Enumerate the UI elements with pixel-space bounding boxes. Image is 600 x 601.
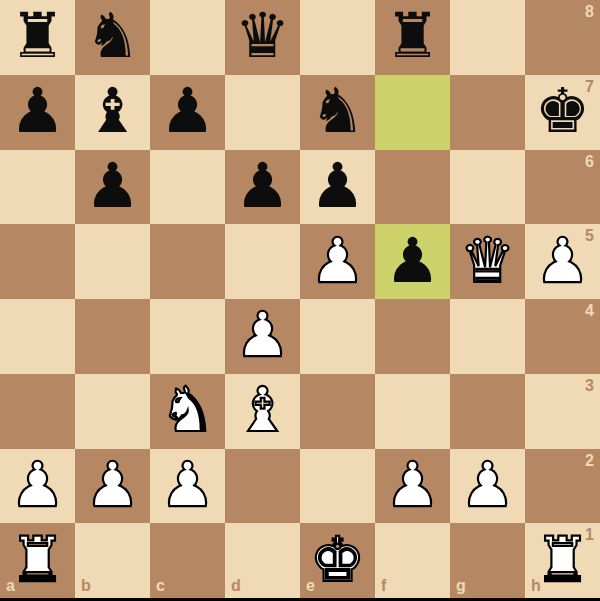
rank-label-5: 5: [585, 228, 594, 244]
square-a6[interactable]: [0, 150, 75, 225]
square-b2[interactable]: ♟: [75, 449, 150, 524]
rank-label-7: 7: [585, 79, 594, 95]
black-rook-icon[interactable]: ♜: [10, 0, 66, 73]
square-c8[interactable]: [150, 0, 225, 75]
rank-label-1: 1: [585, 527, 594, 543]
square-e7[interactable]: ♞: [300, 75, 375, 150]
square-e1[interactable]: ♚e: [300, 523, 375, 598]
black-pawn-icon[interactable]: ♟: [385, 224, 441, 298]
file-label-h: h: [531, 578, 541, 594]
square-c2[interactable]: ♟: [150, 449, 225, 524]
rank-label-6: 6: [585, 154, 594, 170]
square-b8[interactable]: ♞: [75, 0, 150, 75]
square-g8[interactable]: [450, 0, 525, 75]
square-f7[interactable]: [375, 75, 450, 150]
square-a8[interactable]: ♜: [0, 0, 75, 75]
square-f4[interactable]: [375, 299, 450, 374]
square-a5[interactable]: [0, 224, 75, 299]
file-label-e: e: [306, 578, 315, 594]
square-a3[interactable]: [0, 374, 75, 449]
black-pawn-icon[interactable]: ♟: [10, 74, 66, 148]
square-d1[interactable]: d: [225, 523, 300, 598]
square-a4[interactable]: [0, 299, 75, 374]
square-d5[interactable]: [225, 224, 300, 299]
square-c4[interactable]: [150, 299, 225, 374]
square-d6[interactable]: ♟: [225, 150, 300, 225]
square-h2[interactable]: 2: [525, 449, 600, 524]
square-b6[interactable]: ♟: [75, 150, 150, 225]
square-d2[interactable]: [225, 449, 300, 524]
white-pawn-icon[interactable]: ♟: [235, 298, 291, 372]
black-king-icon[interactable]: ♚: [535, 74, 591, 148]
square-f2[interactable]: ♟: [375, 449, 450, 524]
square-a2[interactable]: ♟: [0, 449, 75, 524]
black-rook-icon[interactable]: ♜: [385, 0, 441, 73]
square-g4[interactable]: [450, 299, 525, 374]
rank-label-8: 8: [585, 4, 594, 20]
square-d3[interactable]: ♝: [225, 374, 300, 449]
square-h1[interactable]: ♜1h: [525, 523, 600, 598]
square-b4[interactable]: [75, 299, 150, 374]
square-e8[interactable]: [300, 0, 375, 75]
white-pawn-icon[interactable]: ♟: [385, 448, 441, 522]
square-a7[interactable]: ♟: [0, 75, 75, 150]
square-h7[interactable]: ♚7: [525, 75, 600, 150]
square-g3[interactable]: [450, 374, 525, 449]
square-c3[interactable]: ♞: [150, 374, 225, 449]
square-g2[interactable]: ♟: [450, 449, 525, 524]
chess-board: ♜♞♛♜8♟♝♟♞♚7♟♟♟6♟♟♛♟5♟4♞♝3♟♟♟♟♟2♜abcd♚efg…: [0, 0, 600, 598]
square-g5[interactable]: ♛: [450, 224, 525, 299]
white-king-icon[interactable]: ♚: [310, 523, 366, 597]
black-pawn-icon[interactable]: ♟: [235, 149, 291, 223]
square-f3[interactable]: [375, 374, 450, 449]
white-pawn-icon[interactable]: ♟: [160, 448, 216, 522]
black-pawn-icon[interactable]: ♟: [310, 149, 366, 223]
square-g1[interactable]: g: [450, 523, 525, 598]
square-d7[interactable]: [225, 75, 300, 150]
square-f1[interactable]: f: [375, 523, 450, 598]
square-h8[interactable]: 8: [525, 0, 600, 75]
file-label-f: f: [381, 578, 386, 594]
file-label-a: a: [6, 578, 15, 594]
square-h6[interactable]: 6: [525, 150, 600, 225]
square-c7[interactable]: ♟: [150, 75, 225, 150]
white-pawn-icon[interactable]: ♟: [10, 448, 66, 522]
rank-label-4: 4: [585, 303, 594, 319]
square-f8[interactable]: ♜: [375, 0, 450, 75]
white-rook-icon[interactable]: ♜: [535, 523, 591, 597]
square-h5[interactable]: ♟5: [525, 224, 600, 299]
white-queen-icon[interactable]: ♛: [460, 224, 516, 298]
file-label-d: d: [231, 578, 241, 594]
file-label-b: b: [81, 578, 91, 594]
square-g6[interactable]: [450, 150, 525, 225]
black-bishop-icon[interactable]: ♝: [85, 74, 141, 148]
square-b7[interactable]: ♝: [75, 75, 150, 150]
file-label-c: c: [156, 578, 165, 594]
square-e2[interactable]: [300, 449, 375, 524]
black-pawn-icon[interactable]: ♟: [85, 149, 141, 223]
black-knight-icon[interactable]: ♞: [310, 74, 366, 148]
square-b3[interactable]: [75, 374, 150, 449]
square-b5[interactable]: [75, 224, 150, 299]
square-c1[interactable]: c: [150, 523, 225, 598]
rank-label-2: 2: [585, 453, 594, 469]
square-f5[interactable]: ♟: [375, 224, 450, 299]
black-queen-icon[interactable]: ♛: [235, 0, 291, 73]
file-label-g: g: [456, 578, 466, 594]
square-a1[interactable]: ♜a: [0, 523, 75, 598]
white-bishop-icon[interactable]: ♝: [235, 373, 291, 447]
square-g7[interactable]: [450, 75, 525, 150]
square-d4[interactable]: ♟: [225, 299, 300, 374]
black-knight-icon[interactable]: ♞: [85, 0, 141, 73]
black-pawn-icon[interactable]: ♟: [160, 74, 216, 148]
square-b1[interactable]: b: [75, 523, 150, 598]
white-pawn-icon[interactable]: ♟: [85, 448, 141, 522]
square-e6[interactable]: ♟: [300, 150, 375, 225]
chess-board-wrap: ♜♞♛♜8♟♝♟♞♚7♟♟♟6♟♟♛♟5♟4♞♝3♟♟♟♟♟2♜abcd♚efg…: [0, 0, 600, 601]
square-f6[interactable]: [375, 150, 450, 225]
square-h4[interactable]: 4: [525, 299, 600, 374]
white-pawn-icon[interactable]: ♟: [460, 448, 516, 522]
square-d8[interactable]: ♛: [225, 0, 300, 75]
white-pawn-icon[interactable]: ♟: [535, 224, 591, 298]
square-e4[interactable]: [300, 299, 375, 374]
square-c6[interactable]: [150, 150, 225, 225]
square-e3[interactable]: [300, 374, 375, 449]
rank-label-3: 3: [585, 378, 594, 394]
white-rook-icon[interactable]: ♜: [10, 523, 66, 597]
square-c5[interactable]: [150, 224, 225, 299]
white-pawn-icon[interactable]: ♟: [310, 224, 366, 298]
square-h3[interactable]: 3: [525, 374, 600, 449]
white-knight-icon[interactable]: ♞: [160, 373, 216, 447]
square-e5[interactable]: ♟: [300, 224, 375, 299]
